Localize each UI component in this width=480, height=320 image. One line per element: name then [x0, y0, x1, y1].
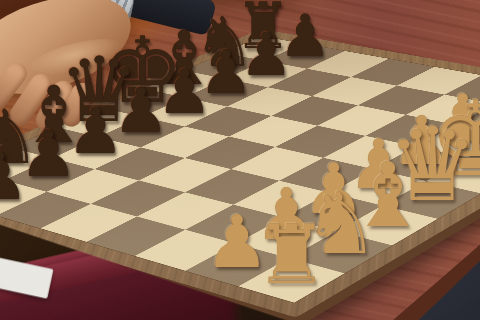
chess-photo-scene: ♜♞♝♛♚♝♞♜♟♟♟♟♟♟♟♟♟♟♟♟♟♟♟♟♜♞♝♛♚♝♞♜ [0, 0, 480, 320]
player-hand [0, 0, 480, 320]
photo-layer: ♜♞♝♛♚♝♞♜♟♟♟♟♟♟♟♟♟♟♟♟♟♟♟♟♜♞♝♛♚♝♞♜ [0, 0, 480, 320]
